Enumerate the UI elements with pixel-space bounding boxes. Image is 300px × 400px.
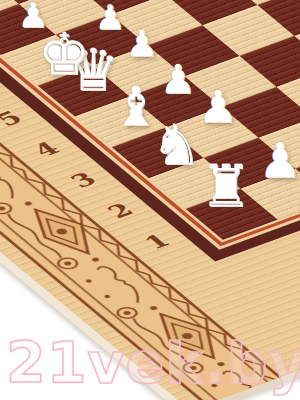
rank-label-5: 5 [0,107,28,130]
rank-label-2: 2 [102,199,140,222]
product-photo-stage: 12345 A ♜♟♞♟♝♟♛♟♚♟♟ 21vek.by [0,0,300,400]
file-label-A: A [291,234,300,254]
rank-label-1: 1 [139,230,177,253]
rank-label-3: 3 [65,169,103,192]
watermark: 21vek.by [6,330,300,396]
rank-label-4: 4 [28,138,66,161]
